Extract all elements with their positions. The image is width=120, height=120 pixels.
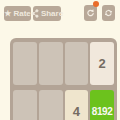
empty-cell — [39, 42, 63, 85]
empty-cell — [65, 42, 89, 85]
empty-cell — [39, 90, 63, 120]
game-board-2048[interactable]: 248192 — [10, 38, 117, 120]
share-icon — [31, 9, 39, 18]
empty-cell — [13, 90, 37, 120]
notification-badge — [93, 1, 99, 7]
rate-button-label: Rate — [13, 9, 30, 18]
share-button[interactable]: Share — [33, 6, 61, 21]
undo-button[interactable] — [84, 5, 97, 21]
tile-2: 2 — [90, 42, 114, 85]
tile-4: 4 — [65, 90, 89, 120]
refresh-arrows-icon — [104, 8, 113, 18]
share-button-label: Share — [41, 9, 63, 18]
tile-8192: 8192 — [90, 90, 114, 120]
empty-cell — [13, 42, 37, 85]
restart-button[interactable] — [102, 5, 115, 21]
undo-arrow-icon — [86, 8, 95, 18]
rate-button[interactable]: ★ Rate — [4, 6, 31, 21]
star-icon: ★ — [4, 10, 11, 18]
